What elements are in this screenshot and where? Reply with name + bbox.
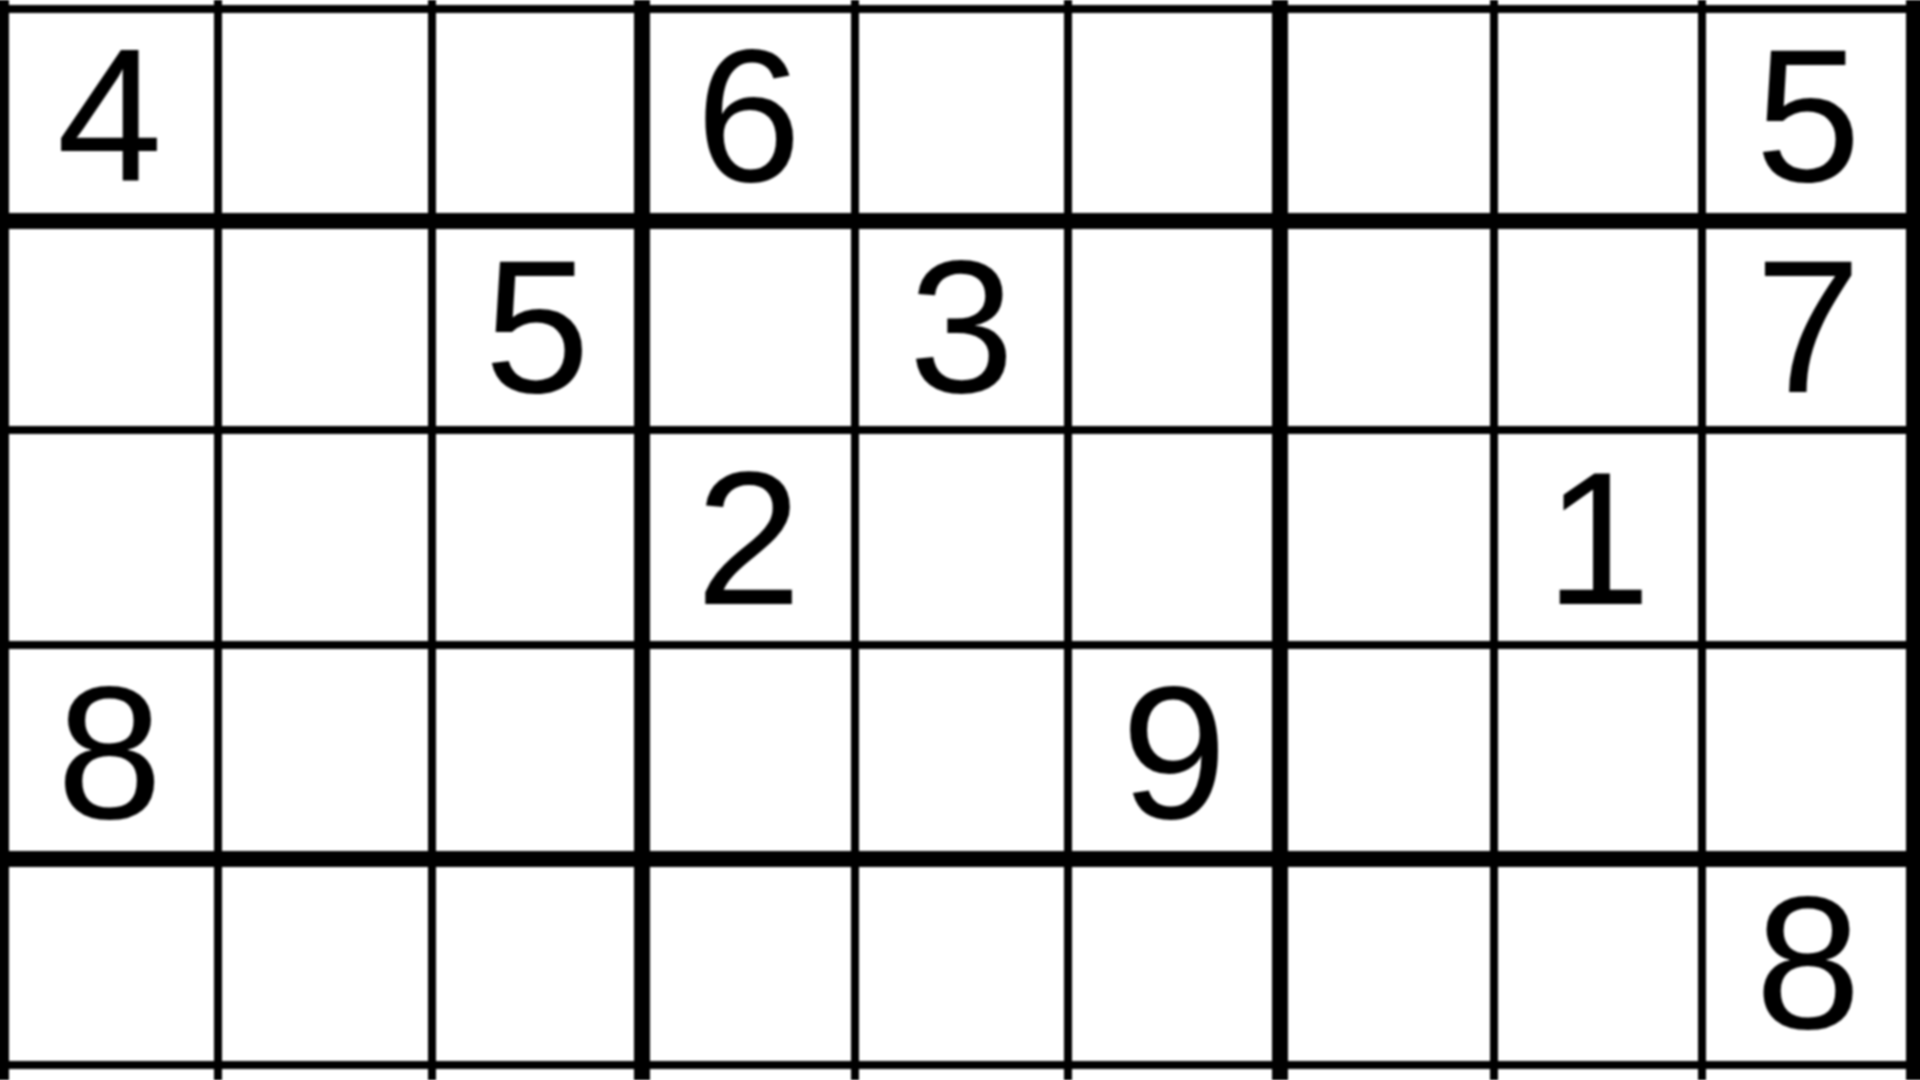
- sudoku-cell-r6c3[interactable]: [432, 645, 642, 859]
- sudoku-cell-r7c4[interactable]: [642, 859, 855, 1065]
- sudoku-cell-r6c5[interactable]: [855, 645, 1068, 859]
- sudoku-cell-r3c8[interactable]: [1494, 9, 1702, 221]
- sudoku-cell-r3c6[interactable]: [1068, 9, 1280, 221]
- sudoku-cell-r3c1[interactable]: 4: [1, 9, 218, 221]
- sudoku-cell-r4c1[interactable]: [1, 221, 218, 430]
- sudoku-cell-r3c4[interactable]: 6: [642, 9, 855, 221]
- sudoku-cell-r4c5[interactable]: 3: [855, 221, 1068, 430]
- sudoku-cell-r7c6[interactable]: [1068, 859, 1280, 1065]
- sudoku-cell-r7c1[interactable]: [1, 859, 218, 1065]
- sudoku-cell-r7c3[interactable]: [432, 859, 642, 1065]
- sudoku-cell-r4c6[interactable]: [1068, 221, 1280, 430]
- sudoku-cell-r4c3[interactable]: 5: [432, 221, 642, 430]
- sudoku-cell-r5c5[interactable]: [855, 430, 1068, 645]
- sudoku-cell-r5c8[interactable]: 1: [1494, 430, 1702, 645]
- sudoku-cell-r6c4[interactable]: [642, 645, 855, 859]
- sudoku-cell-r6c9[interactable]: [1702, 645, 1914, 859]
- sudoku-cell-r4c9[interactable]: 7: [1702, 221, 1914, 430]
- sudoku-cell-r5c7[interactable]: [1280, 430, 1494, 645]
- sudoku-cell-r4c4[interactable]: [642, 221, 855, 430]
- sudoku-cell-r7c5[interactable]: [855, 859, 1068, 1065]
- sudoku-cell-r6c6[interactable]: 9: [1068, 645, 1280, 859]
- sudoku-cell-r5c9[interactable]: [1702, 430, 1914, 645]
- sudoku-cell-r3c2[interactable]: [218, 9, 432, 221]
- sudoku-cell-r4c8[interactable]: [1494, 221, 1702, 430]
- sudoku-cell-r7c8[interactable]: [1494, 859, 1702, 1065]
- sudoku-cell-r6c2[interactable]: [218, 645, 432, 859]
- sudoku-board: 46553721898: [0, 0, 1920, 1080]
- sudoku-cell-r5c3[interactable]: [432, 430, 642, 645]
- sudoku-cell-r5c1[interactable]: [1, 430, 218, 645]
- sudoku-cell-r5c2[interactable]: [218, 430, 432, 645]
- sudoku-cell-r3c3[interactable]: [432, 9, 642, 221]
- sudoku-cell-r6c7[interactable]: [1280, 645, 1494, 859]
- sudoku-cell-r7c2[interactable]: [218, 859, 432, 1065]
- sudoku-cell-r3c5[interactable]: [855, 9, 1068, 221]
- sudoku-cell-r4c2[interactable]: [218, 221, 432, 430]
- sudoku-cell-r7c9[interactable]: 8: [1702, 859, 1914, 1065]
- sudoku-cell-r5c6[interactable]: [1068, 430, 1280, 645]
- sudoku-cell-r6c8[interactable]: [1494, 645, 1702, 859]
- sudoku-cell-r3c9[interactable]: 5: [1702, 9, 1914, 221]
- sudoku-cell-r6c1[interactable]: 8: [1, 645, 218, 859]
- sudoku-cell-r7c7[interactable]: [1280, 859, 1494, 1065]
- sudoku-cell-r5c4[interactable]: 2: [642, 430, 855, 645]
- sudoku-cell-r4c7[interactable]: [1280, 221, 1494, 430]
- sudoku-cell-r3c7[interactable]: [1280, 9, 1494, 221]
